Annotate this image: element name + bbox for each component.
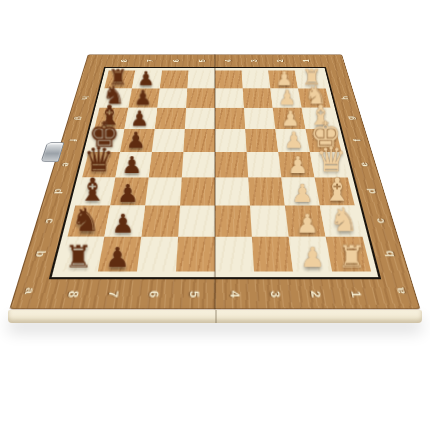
square-a7[interactable]: ♟ [98, 237, 141, 272]
square-d2[interactable]: ♟ [278, 152, 314, 177]
square-f5[interactable] [185, 108, 215, 129]
rank-label-top: 7 [139, 53, 161, 69]
square-g3[interactable] [243, 88, 273, 107]
square-h3[interactable] [242, 71, 271, 89]
square-c6[interactable] [145, 177, 182, 205]
piece-black-pawn[interactable]: ♟ [105, 244, 130, 272]
board-side-panel [8, 310, 422, 323]
square-b2[interactable]: ♟ [285, 206, 326, 237]
square-f3[interactable] [244, 108, 275, 129]
square-e5[interactable] [183, 129, 215, 152]
square-c4[interactable] [215, 177, 250, 205]
square-g4[interactable] [215, 88, 244, 107]
square-f4[interactable] [215, 108, 245, 129]
square-c2[interactable]: ♟ [281, 177, 319, 205]
file-label-left: h [69, 91, 101, 106]
piece-white-pawn[interactable]: ♟ [281, 108, 300, 129]
piece-black-pawn[interactable]: ♟ [126, 130, 146, 152]
square-a3[interactable] [252, 237, 293, 272]
square-a2[interactable]: ♟ [289, 237, 332, 272]
rank-label-top: 3 [243, 53, 264, 69]
piece-black-rook[interactable]: ♜ [64, 241, 92, 272]
rank-label-top: 6 [165, 53, 186, 69]
file-label-right: g [334, 110, 368, 126]
square-a6[interactable] [137, 237, 178, 272]
square-b5[interactable] [178, 206, 215, 237]
piece-white-rook[interactable]: ♜ [338, 241, 366, 272]
square-d6[interactable] [149, 152, 184, 177]
square-e3[interactable] [245, 129, 278, 152]
chess-board: ♜♟♟♜♞♟♟♞♝♟♟♝♚♟♟♚♛♟♟♛♝♟♟♝♞♟♟♞♜♟♟♜ 88aa77b… [9, 55, 421, 310]
square-b6[interactable] [141, 206, 180, 237]
square-h4[interactable] [215, 71, 243, 89]
rank-label-top: 4 [218, 53, 238, 69]
piece-white-knight[interactable]: ♞ [329, 204, 358, 237]
square-a5[interactable] [176, 237, 215, 272]
square-c7[interactable]: ♟ [110, 177, 148, 205]
square-d7[interactable]: ♟ [115, 152, 151, 177]
square-g6[interactable] [157, 88, 187, 107]
rank-label-top: 5 [192, 53, 212, 69]
square-d4[interactable] [215, 152, 248, 177]
square-c5[interactable] [180, 177, 215, 205]
piece-white-pawn[interactable]: ♟ [296, 211, 319, 237]
square-d5[interactable] [182, 152, 215, 177]
square-e6[interactable] [152, 129, 185, 152]
square-h5[interactable] [187, 71, 215, 89]
rank-label-top: 2 [269, 53, 291, 69]
file-label-left: g [62, 110, 96, 126]
piece-white-pawn[interactable]: ♟ [287, 154, 308, 177]
square-e2[interactable]: ♟ [275, 129, 309, 152]
piece-white-pawn[interactable]: ♟ [300, 244, 325, 272]
piece-black-pawn[interactable]: ♟ [117, 181, 139, 206]
square-b3[interactable] [250, 206, 289, 237]
square-a4[interactable] [215, 237, 254, 272]
square-c3[interactable] [248, 177, 285, 205]
square-f6[interactable] [155, 108, 186, 129]
piece-black-pawn[interactable]: ♟ [111, 211, 134, 237]
piece-white-pawn[interactable]: ♟ [291, 181, 313, 206]
square-b7[interactable]: ♟ [104, 206, 145, 237]
piece-black-pawn[interactable]: ♟ [134, 87, 152, 107]
square-d3[interactable] [247, 152, 282, 177]
square-a8[interactable]: ♜ [59, 237, 105, 272]
square-e7[interactable]: ♟ [120, 129, 154, 152]
square-h6[interactable] [160, 71, 189, 89]
piece-black-pawn[interactable]: ♟ [122, 154, 143, 177]
square-b8[interactable]: ♞ [67, 206, 110, 237]
square-e4[interactable] [215, 129, 247, 152]
square-b4[interactable] [215, 206, 252, 237]
piece-black-knight[interactable]: ♞ [71, 204, 100, 237]
piece-black-pawn[interactable]: ♟ [130, 108, 149, 129]
square-a1[interactable]: ♜ [326, 237, 372, 272]
square-f2[interactable]: ♟ [273, 108, 306, 129]
square-g5[interactable] [186, 88, 215, 107]
file-label-right: h [329, 91, 361, 106]
chess-set-photo: ♜♟♟♜♞♟♟♞♝♟♟♝♚♟♟♚♛♟♟♛♝♟♟♝♞♟♟♞♜♟♟♜ 88aa77b… [0, 0, 430, 430]
rank-label-top: 8 [112, 53, 135, 69]
square-b1[interactable]: ♞ [320, 206, 363, 237]
piece-white-pawn[interactable]: ♟ [284, 130, 304, 152]
square-f7[interactable]: ♟ [124, 108, 157, 129]
piece-white-pawn[interactable]: ♟ [278, 87, 296, 107]
rank-label-top: 1 [294, 53, 317, 69]
